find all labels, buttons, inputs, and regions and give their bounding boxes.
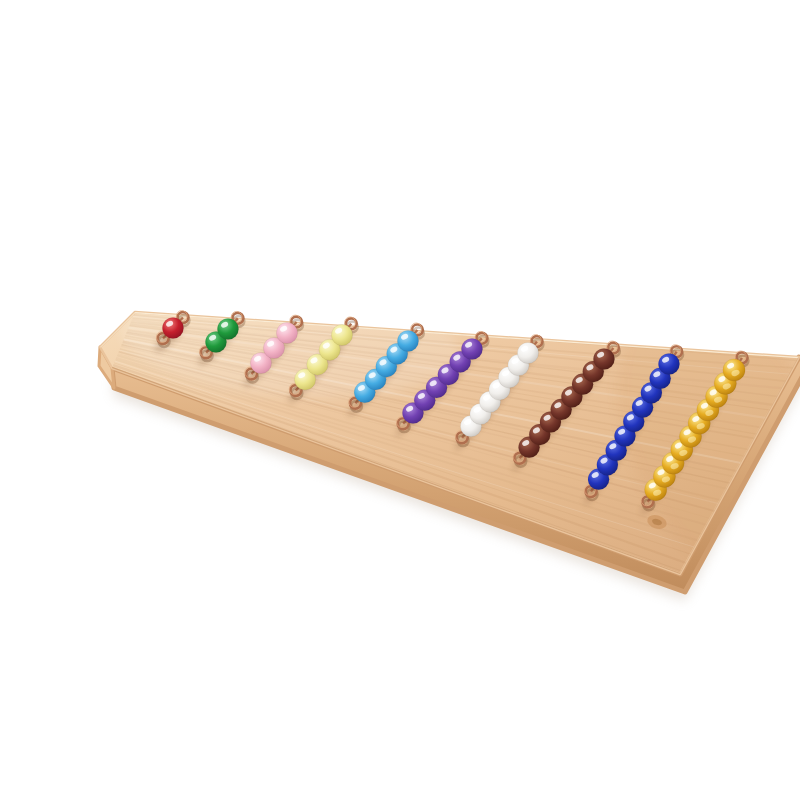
scene-bead-stair (40, 16, 800, 800)
bead-gold (723, 359, 745, 381)
bead-green (217, 318, 238, 339)
bead-white (517, 342, 538, 363)
bead-pink (276, 322, 297, 343)
bead-light-blue (397, 330, 418, 351)
bead-brown (593, 348, 614, 369)
bead-red (162, 317, 183, 338)
bead-yellow (331, 324, 352, 345)
bead-purple (461, 338, 482, 359)
product-photo: Montessori 1-10 colored bead stair on wo… (40, 16, 800, 800)
bead-dark-blue (658, 353, 679, 374)
